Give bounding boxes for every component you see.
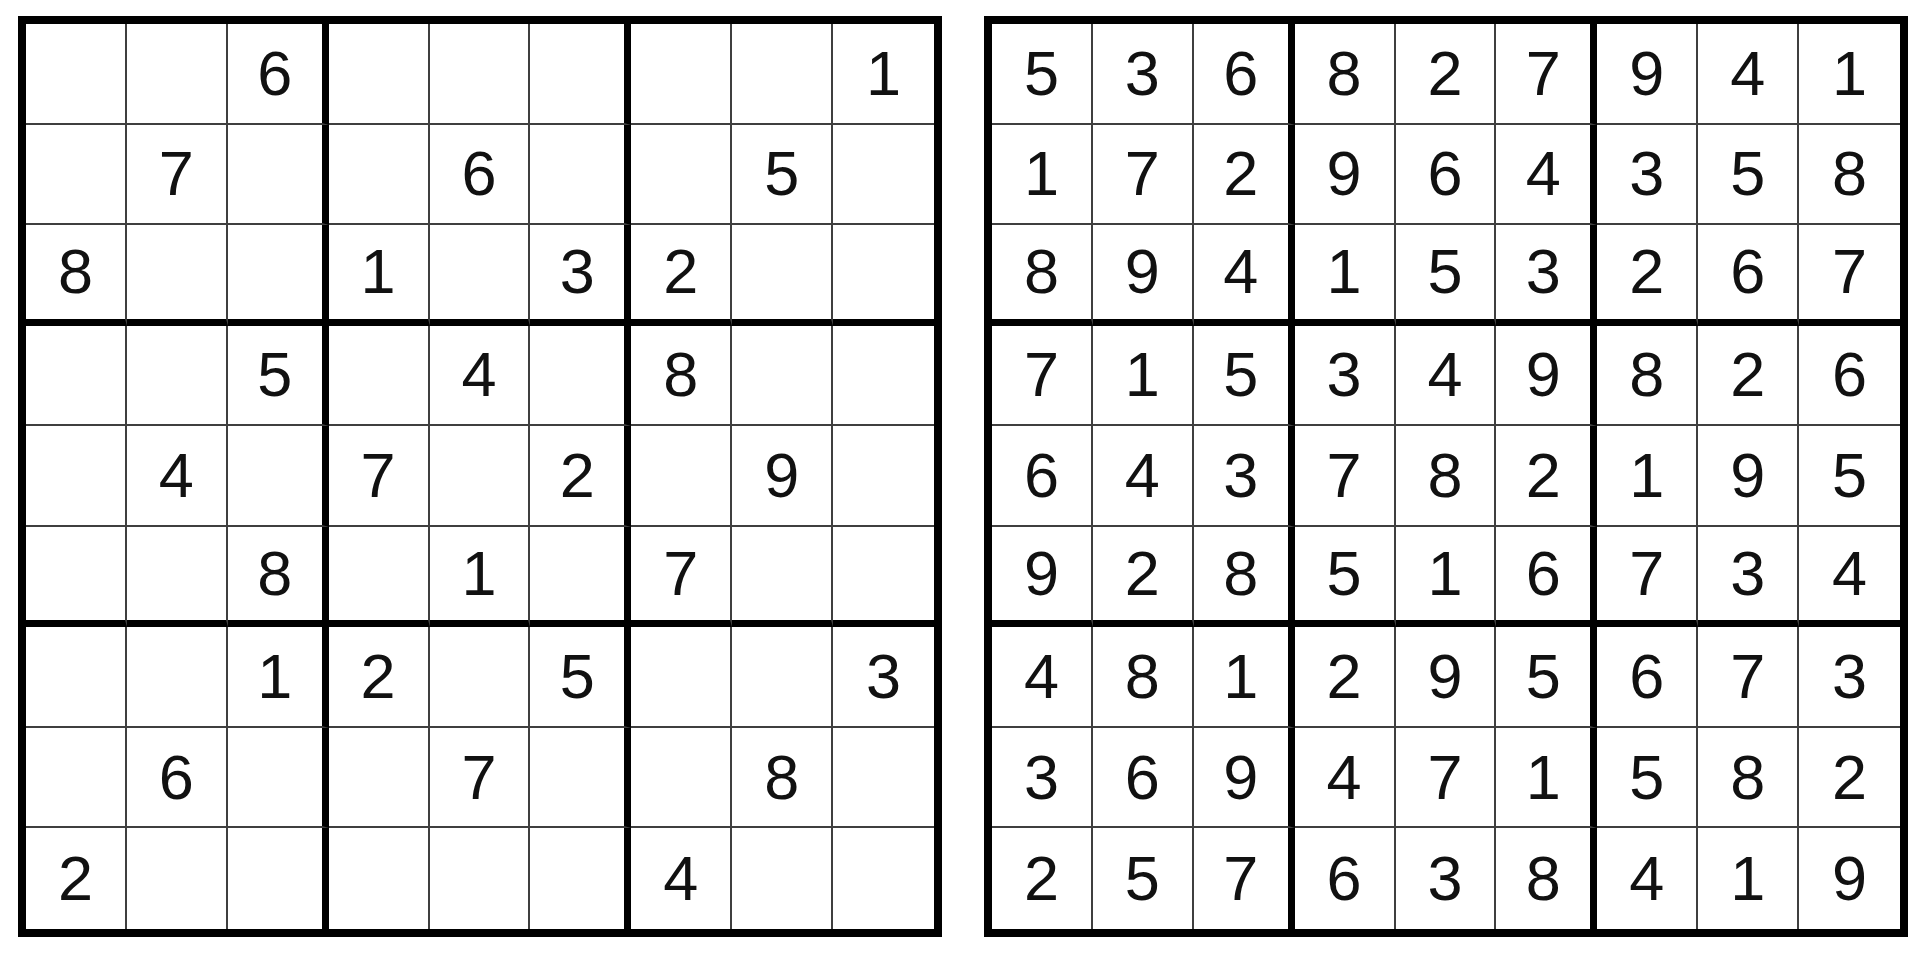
solution-cell-r1c2: 3 — [1093, 24, 1194, 125]
puzzle-cell-r8c7[interactable] — [631, 728, 732, 829]
solution-cell-r8c3: 9 — [1194, 728, 1295, 829]
puzzle-cell-r5c2: 4 — [127, 426, 228, 527]
solution-cell-r4c3: 5 — [1194, 326, 1295, 427]
puzzle-cell-r7c5[interactable] — [430, 627, 531, 728]
puzzle-cell-r7c2[interactable] — [127, 627, 228, 728]
puzzle-cell-r6c7: 7 — [631, 527, 732, 628]
solution-cell-r3c2: 9 — [1093, 225, 1194, 326]
puzzle-cell-r3c7: 2 — [631, 225, 732, 326]
solution-cell-r8c2: 6 — [1093, 728, 1194, 829]
puzzle-cell-r7c4: 2 — [329, 627, 430, 728]
solution-cell-r7c4: 2 — [1295, 627, 1396, 728]
puzzle-cell-r3c3[interactable] — [228, 225, 329, 326]
puzzle-cell-r1c3: 6 — [228, 24, 329, 125]
puzzle-cell-r4c5: 4 — [430, 326, 531, 427]
solution-cell-r4c1: 7 — [992, 326, 1093, 427]
puzzle-cell-r4c4[interactable] — [329, 326, 430, 427]
puzzle-cell-r4c6[interactable] — [530, 326, 631, 427]
puzzle-cell-r6c8[interactable] — [732, 527, 833, 628]
solution-cell-r1c6: 7 — [1496, 24, 1597, 125]
puzzle-cell-r4c3: 5 — [228, 326, 329, 427]
puzzle-cell-r8c4[interactable] — [329, 728, 430, 829]
solution-cell-r4c9: 6 — [1799, 326, 1900, 427]
puzzle-cell-r6c5: 1 — [430, 527, 531, 628]
solution-cell-r1c3: 6 — [1194, 24, 1295, 125]
solution-cell-r9c7: 4 — [1597, 828, 1698, 929]
solution-cell-r7c5: 9 — [1396, 627, 1497, 728]
solution-cell-r5c7: 1 — [1597, 426, 1698, 527]
solution-cell-r3c4: 1 — [1295, 225, 1396, 326]
solution-cell-r9c5: 3 — [1396, 828, 1497, 929]
puzzle-cell-r8c1[interactable] — [26, 728, 127, 829]
solution-cell-r8c7: 5 — [1597, 728, 1698, 829]
puzzle-cell-r7c9: 3 — [833, 627, 934, 728]
solution-cell-r8c5: 7 — [1396, 728, 1497, 829]
puzzle-cell-r4c1[interactable] — [26, 326, 127, 427]
solution-cell-r2c8: 5 — [1698, 125, 1799, 226]
solution-cell-r8c4: 4 — [1295, 728, 1396, 829]
puzzle-cell-r9c7: 4 — [631, 828, 732, 929]
puzzle-cell-r8c8: 8 — [732, 728, 833, 829]
puzzle-cell-r3c6: 3 — [530, 225, 631, 326]
puzzle-cell-r4c2[interactable] — [127, 326, 228, 427]
solution-cell-r3c5: 5 — [1396, 225, 1497, 326]
puzzle-cell-r5c1[interactable] — [26, 426, 127, 527]
solution-cell-r9c9: 9 — [1799, 828, 1900, 929]
puzzle-cell-r6c1[interactable] — [26, 527, 127, 628]
puzzle-cell-r1c9: 1 — [833, 24, 934, 125]
puzzle-cell-r7c1[interactable] — [26, 627, 127, 728]
puzzle-cell-r5c4: 7 — [329, 426, 430, 527]
solution-cell-r1c4: 8 — [1295, 24, 1396, 125]
solution-cell-r1c1: 5 — [992, 24, 1093, 125]
puzzle-cell-r6c3: 8 — [228, 527, 329, 628]
solution-cell-r9c6: 8 — [1496, 828, 1597, 929]
solution-cell-r3c6: 3 — [1496, 225, 1597, 326]
puzzle-cell-r7c8[interactable] — [732, 627, 833, 728]
puzzle-cell-r1c4[interactable] — [329, 24, 430, 125]
puzzle-cell-r5c8: 9 — [732, 426, 833, 527]
solution-cell-r7c9: 3 — [1799, 627, 1900, 728]
solution-cell-r9c8: 1 — [1698, 828, 1799, 929]
puzzle-cell-r5c5[interactable] — [430, 426, 531, 527]
puzzle-cell-r4c8[interactable] — [732, 326, 833, 427]
solution-cell-r6c4: 5 — [1295, 527, 1396, 628]
puzzle-cell-r7c6: 5 — [530, 627, 631, 728]
solution-cell-r7c3: 1 — [1194, 627, 1295, 728]
solution-cell-r3c9: 7 — [1799, 225, 1900, 326]
solution-cell-r7c6: 5 — [1496, 627, 1597, 728]
puzzle-cell-r4c7: 8 — [631, 326, 732, 427]
solution-cell-r1c5: 2 — [1396, 24, 1497, 125]
puzzle-cell-r7c3: 1 — [228, 627, 329, 728]
solution-cell-r6c8: 3 — [1698, 527, 1799, 628]
solution-cell-r3c3: 4 — [1194, 225, 1295, 326]
solution-cell-r2c1: 1 — [992, 125, 1093, 226]
puzzle-cell-r2c1[interactable] — [26, 125, 127, 226]
sudoku-sheet: 6176581325484729817125367824 53682794117… — [18, 16, 1908, 937]
puzzle-cell-r1c5[interactable] — [430, 24, 531, 125]
puzzle-cell-r6c2[interactable] — [127, 527, 228, 628]
puzzle-cell-r9c1: 2 — [26, 828, 127, 929]
puzzle-cell-r9c4[interactable] — [329, 828, 430, 929]
puzzle-cell-r8c6[interactable] — [530, 728, 631, 829]
solution-cell-r9c4: 6 — [1295, 828, 1396, 929]
solution-cell-r7c8: 7 — [1698, 627, 1799, 728]
solution-cell-r2c5: 6 — [1396, 125, 1497, 226]
solution-cell-r4c2: 1 — [1093, 326, 1194, 427]
solution-cell-r5c3: 3 — [1194, 426, 1295, 527]
puzzle-cell-r8c9[interactable] — [833, 728, 934, 829]
puzzle-cell-r2c5: 6 — [430, 125, 531, 226]
solution-cell-r2c7: 3 — [1597, 125, 1698, 226]
puzzle-cell-r2c7[interactable] — [631, 125, 732, 226]
solution-cell-r5c5: 8 — [1396, 426, 1497, 527]
puzzle-board: 6176581325484729817125367824 — [18, 16, 942, 937]
solution-cell-r6c3: 8 — [1194, 527, 1295, 628]
puzzle-cell-r6c4[interactable] — [329, 527, 430, 628]
solution-cell-r4c4: 3 — [1295, 326, 1396, 427]
puzzle-cell-r7c7[interactable] — [631, 627, 732, 728]
puzzle-cell-r3c1: 8 — [26, 225, 127, 326]
solution-cell-r3c7: 2 — [1597, 225, 1698, 326]
solution-cell-r5c9: 5 — [1799, 426, 1900, 527]
puzzle-cell-r3c9[interactable] — [833, 225, 934, 326]
solution-board: 5368279411729643588941532677153498266437… — [984, 16, 1908, 937]
puzzle-cell-r3c5[interactable] — [430, 225, 531, 326]
solution-cell-r7c1: 4 — [992, 627, 1093, 728]
solution-cell-r6c2: 2 — [1093, 527, 1194, 628]
puzzle-cell-r9c8[interactable] — [732, 828, 833, 929]
puzzle-cell-r8c5: 7 — [430, 728, 531, 829]
solution-cell-r8c6: 1 — [1496, 728, 1597, 829]
puzzle-cell-r2c8: 5 — [732, 125, 833, 226]
solution-cell-r8c8: 8 — [1698, 728, 1799, 829]
solution-cell-r1c8: 4 — [1698, 24, 1799, 125]
puzzle-cell-r5c3[interactable] — [228, 426, 329, 527]
solution-cell-r6c6: 6 — [1496, 527, 1597, 628]
solution-cell-r4c5: 4 — [1396, 326, 1497, 427]
solution-cell-r6c9: 4 — [1799, 527, 1900, 628]
puzzle-cell-r8c2: 6 — [127, 728, 228, 829]
solution-cell-r5c1: 6 — [992, 426, 1093, 527]
solution-cell-r5c8: 9 — [1698, 426, 1799, 527]
puzzle-cell-r2c9[interactable] — [833, 125, 934, 226]
solution-cell-r9c1: 2 — [992, 828, 1093, 929]
solution-cell-r6c5: 1 — [1396, 527, 1497, 628]
solution-cell-r6c7: 7 — [1597, 527, 1698, 628]
solution-cell-r5c2: 4 — [1093, 426, 1194, 527]
puzzle-cell-r1c8[interactable] — [732, 24, 833, 125]
puzzle-cell-r2c4[interactable] — [329, 125, 430, 226]
puzzle-cell-r6c9[interactable] — [833, 527, 934, 628]
solution-cell-r3c8: 6 — [1698, 225, 1799, 326]
solution-cell-r3c1: 8 — [992, 225, 1093, 326]
solution-cell-r6c1: 9 — [992, 527, 1093, 628]
puzzle-cell-r3c2[interactable] — [127, 225, 228, 326]
puzzle-cell-r5c7[interactable] — [631, 426, 732, 527]
puzzle-cell-r5c6: 2 — [530, 426, 631, 527]
solution-cell-r9c2: 5 — [1093, 828, 1194, 929]
puzzle-cell-r9c9[interactable] — [833, 828, 934, 929]
puzzle-cell-r2c3[interactable] — [228, 125, 329, 226]
solution-cell-r2c6: 4 — [1496, 125, 1597, 226]
solution-cell-r1c9: 1 — [1799, 24, 1900, 125]
puzzle-cell-r2c6[interactable] — [530, 125, 631, 226]
puzzle-cell-r1c1[interactable] — [26, 24, 127, 125]
puzzle-cell-r4c9[interactable] — [833, 326, 934, 427]
puzzle-cell-r1c6[interactable] — [530, 24, 631, 125]
solution-cell-r2c4: 9 — [1295, 125, 1396, 226]
puzzle-cell-r9c2[interactable] — [127, 828, 228, 929]
solution-cell-r5c6: 2 — [1496, 426, 1597, 527]
puzzle-cell-r9c5[interactable] — [430, 828, 531, 929]
solution-cell-r4c6: 9 — [1496, 326, 1597, 427]
puzzle-cell-r1c7[interactable] — [631, 24, 732, 125]
solution-cell-r7c7: 6 — [1597, 627, 1698, 728]
solution-cell-r9c3: 7 — [1194, 828, 1295, 929]
solution-cell-r4c7: 8 — [1597, 326, 1698, 427]
solution-cell-r7c2: 8 — [1093, 627, 1194, 728]
solution-cell-r8c9: 2 — [1799, 728, 1900, 829]
solution-cell-r2c2: 7 — [1093, 125, 1194, 226]
solution-cell-r2c9: 8 — [1799, 125, 1900, 226]
solution-cell-r4c8: 2 — [1698, 326, 1799, 427]
puzzle-cell-r6c6[interactable] — [530, 527, 631, 628]
solution-cell-r1c7: 9 — [1597, 24, 1698, 125]
puzzle-cell-r5c9[interactable] — [833, 426, 934, 527]
solution-cell-r2c3: 2 — [1194, 125, 1295, 226]
puzzle-cell-r3c4: 1 — [329, 225, 430, 326]
puzzle-cell-r1c2[interactable] — [127, 24, 228, 125]
puzzle-cell-r3c8[interactable] — [732, 225, 833, 326]
puzzle-cell-r9c3[interactable] — [228, 828, 329, 929]
solution-cell-r5c4: 7 — [1295, 426, 1396, 527]
puzzle-cell-r8c3[interactable] — [228, 728, 329, 829]
solution-cell-r8c1: 3 — [992, 728, 1093, 829]
puzzle-cell-r2c2: 7 — [127, 125, 228, 226]
puzzle-cell-r9c6[interactable] — [530, 828, 631, 929]
